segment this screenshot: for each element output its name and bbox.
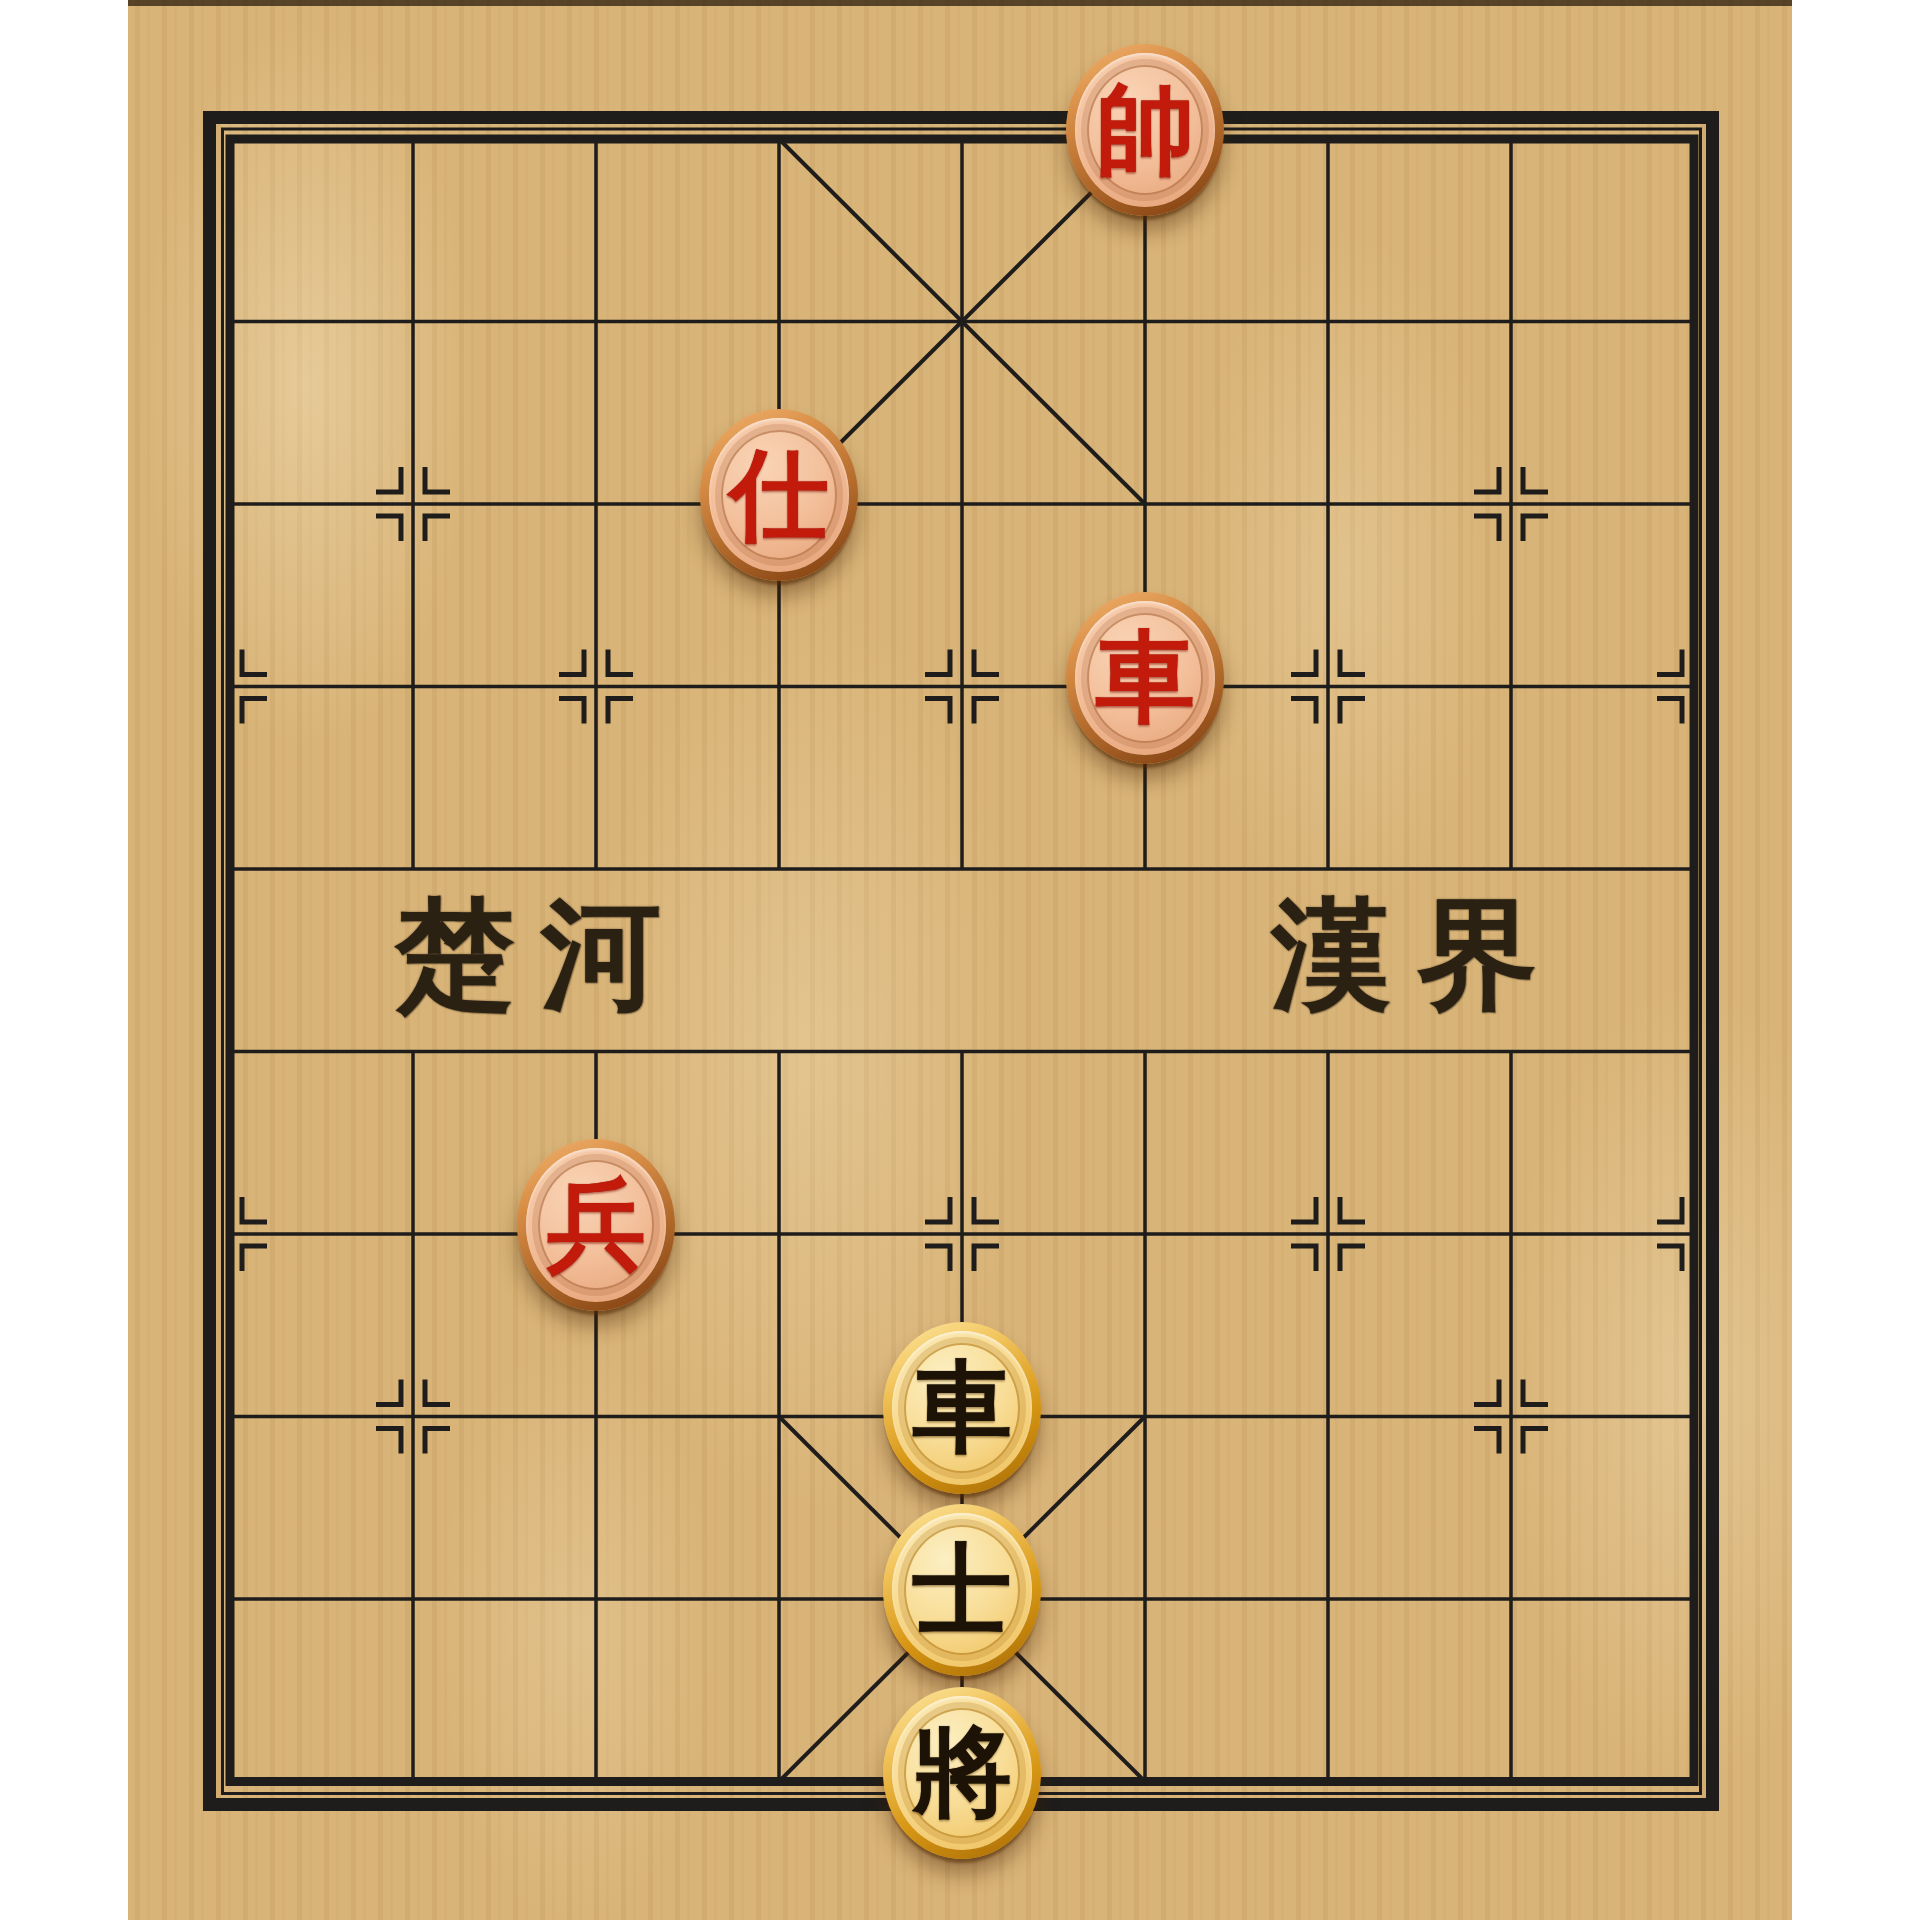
piece-glyph: 車 — [913, 1358, 1012, 1457]
piece-glyph: 士 — [913, 1541, 1012, 1640]
piece-glyph: 仕 — [730, 446, 829, 545]
piece-glyph: 兵 — [547, 1176, 646, 1275]
piece-glyph: 車 — [1096, 628, 1195, 727]
top-edge-line — [128, 0, 1792, 6]
piece-black-advisor[interactable]: 士 — [883, 1504, 1041, 1676]
piece-glyph: 帥 — [1096, 81, 1195, 180]
piece-black-general[interactable]: 將 — [883, 1687, 1041, 1859]
piece-red-general[interactable]: 帥 — [1066, 44, 1224, 216]
piece-red-advisor[interactable]: 仕 — [700, 409, 858, 581]
piece-black-chariot[interactable]: 車 — [883, 1322, 1041, 1494]
app-window: 楚河 漢界 帥仕車兵車士將 — [0, 0, 1920, 1920]
piece-red-soldier[interactable]: 兵 — [517, 1139, 675, 1311]
left-margin — [0, 0, 128, 1920]
piece-glyph: 將 — [913, 1723, 1012, 1822]
pieces-layer: 帥仕車兵車士將 — [139, 48, 1786, 1873]
piece-red-chariot[interactable]: 車 — [1066, 592, 1224, 764]
right-margin — [1792, 0, 1920, 1920]
